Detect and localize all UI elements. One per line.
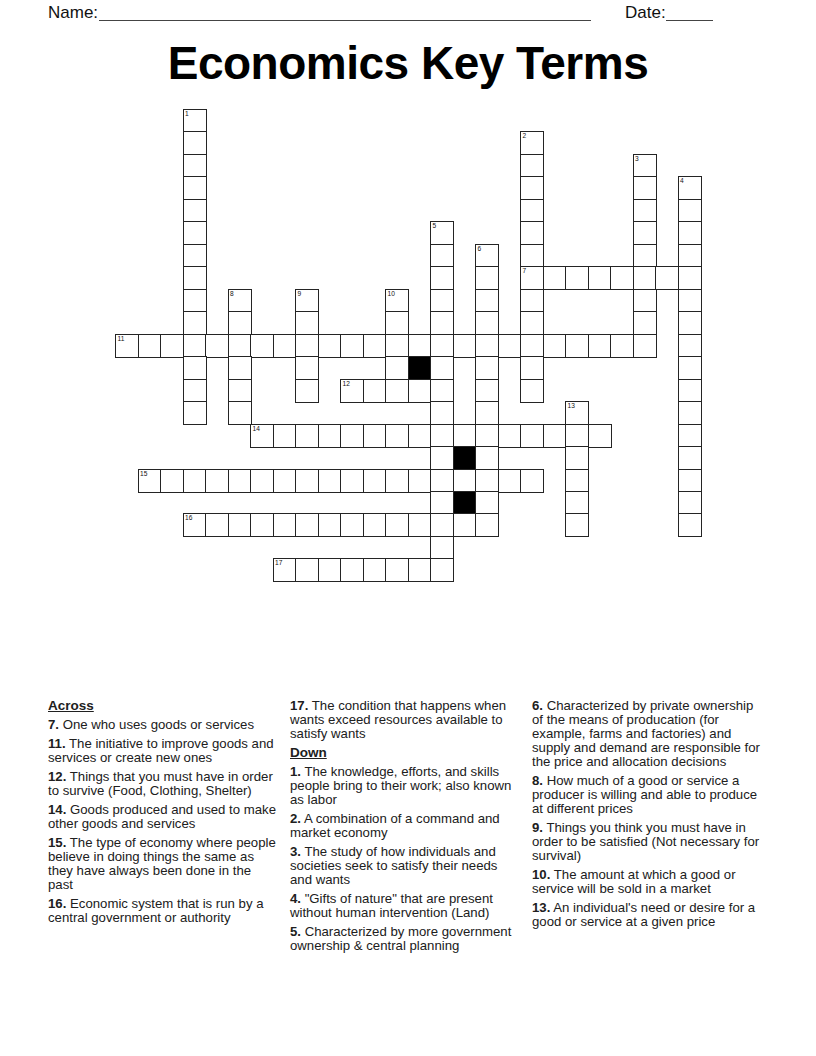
clue-number: 17. [290,698,308,713]
grid-cell[interactable] [475,266,499,290]
grid-cell[interactable] [250,469,274,493]
grid-cell[interactable] [678,356,702,380]
clue-across-11: 11. The initiative to improve goods and … [48,737,278,765]
grid-cell[interactable] [633,244,657,268]
grid-cell[interactable] [363,379,387,403]
grid-cell[interactable] [408,424,432,448]
grid-cell[interactable] [385,469,409,493]
clue-across-16: 16. Economic system that is run by a cen… [48,897,278,925]
clue-down-3: 3. The study of how individuals and soci… [290,845,523,887]
clue-text: The initiative to improve goods and serv… [48,736,274,765]
clue-number: 11. [48,736,66,751]
grid-cell[interactable] [430,469,454,493]
grid-cell[interactable] [655,266,679,290]
clue-across-14: 14. Goods produced and used to make othe… [48,803,278,831]
grid-cell[interactable] [453,424,477,448]
clue-number: 2. [290,811,301,826]
grid-cell[interactable] [363,469,387,493]
cell-number: 5 [433,222,437,230]
cell-number: 16 [185,514,192,522]
clue-down-9: 9. Things you think you must have in ord… [532,821,768,863]
grid-cell[interactable] [318,558,342,582]
grid-cell[interactable] [520,176,544,200]
cell-number: 14 [253,425,260,433]
across-heading: Across [48,699,278,713]
cell-number: 6 [478,245,482,253]
grid-cell[interactable] [565,491,589,515]
grid-cell[interactable] [498,469,522,493]
grid-cell[interactable] [678,334,702,358]
grid-cell[interactable]: 8 [228,289,252,313]
grid-cell[interactable] [183,221,207,245]
grid-cell[interactable] [340,513,364,537]
grid-cell[interactable] [408,513,432,537]
clue-text: Characterized by private ownership of th… [532,698,760,769]
grid-cell[interactable] [678,221,702,245]
clue-across-17: 17. The condition that happens when want… [290,699,523,741]
grid-cell[interactable] [633,266,657,290]
grid-cell[interactable]: 3 [633,154,657,178]
grid-cell[interactable] [340,469,364,493]
date-label: Date: [625,3,666,23]
cell-number: 10 [388,290,395,298]
grid-cell[interactable] [273,513,297,537]
grid-cell[interactable] [228,334,252,358]
grid-cell[interactable] [588,424,612,448]
grid-cell[interactable] [475,469,499,493]
clue-across-7: 7. One who uses goods or services [48,718,278,732]
grid-cell[interactable]: 15 [138,469,162,493]
grid-cell[interactable] [183,244,207,268]
grid-cell[interactable] [408,469,432,493]
grid-cell[interactable] [430,311,454,335]
grid-cell[interactable] [520,379,544,403]
grid-cell[interactable] [520,289,544,313]
clue-text: "Gifts of nature" that are present witho… [290,891,493,920]
clue-number: 16. [48,896,66,911]
cell-number: 2 [523,132,527,140]
grid-cell[interactable]: 5 [430,221,454,245]
grid-cell[interactable] [363,513,387,537]
grid-cell[interactable] [543,424,567,448]
grid-cell[interactable] [520,424,544,448]
grid-cell[interactable] [565,513,589,537]
grid-cell[interactable] [633,289,657,313]
grid-cell[interactable] [385,379,409,403]
black-cell [408,356,432,380]
grid-cell[interactable]: 12 [340,379,364,403]
grid-cell[interactable] [183,131,207,155]
grid-cell[interactable] [475,491,499,515]
grid-cell[interactable] [475,311,499,335]
grid-cell[interactable] [678,266,702,290]
grid-cell[interactable] [565,469,589,493]
grid-cell[interactable] [520,469,544,493]
clue-text: The condition that happens when wants ex… [290,698,506,741]
grid-cell[interactable] [633,334,657,358]
clue-text: Things you think you must have in order … [532,820,759,863]
clue-number: 14. [48,802,66,817]
clue-down-6: 6. Characterized by private ownership of… [532,699,768,769]
clue-text: Economic system that is run by a central… [48,896,264,925]
grid-cell[interactable] [295,424,319,448]
clue-text: A combination of a command and market ec… [290,811,500,840]
grid-cell[interactable] [430,536,454,560]
grid-cell[interactable] [678,379,702,403]
grid-cell[interactable] [633,311,657,335]
grid-cell[interactable] [183,334,207,358]
clue-text: Things that you must have in order to su… [48,769,273,798]
grid-cell[interactable] [520,221,544,245]
cell-number: 15 [140,470,147,478]
cell-number: 9 [298,290,302,298]
clue-number: 5. [290,924,301,939]
grid-cell[interactable] [183,469,207,493]
clue-number: 3. [290,844,301,859]
grid-cell[interactable] [588,266,612,290]
clue-number: 15. [48,835,66,850]
grid-cell[interactable] [565,334,589,358]
grid-cell[interactable] [250,334,274,358]
grid-cell[interactable] [430,244,454,268]
cell-number: 17 [275,559,282,567]
clue-number: 12. [48,769,66,784]
grid-cell[interactable] [228,513,252,537]
grid-cell[interactable] [385,356,409,380]
grid-cell[interactable] [588,334,612,358]
grid-cell[interactable]: 14 [250,424,274,448]
grid-cell[interactable] [475,334,499,358]
grid-cell[interactable] [520,356,544,380]
grid-cell[interactable] [385,513,409,537]
grid-cell[interactable] [318,469,342,493]
grid-cell[interactable] [295,334,319,358]
grid-cell[interactable] [318,513,342,537]
grid-cell[interactable] [205,513,229,537]
cell-number: 11 [118,335,125,343]
grid-cell[interactable] [430,334,454,358]
grid-cell[interactable] [678,424,702,448]
grid-cell[interactable] [678,199,702,223]
clue-number: 1. [290,764,301,779]
grid-cell[interactable] [475,513,499,537]
grid-cell[interactable]: 13 [565,401,589,425]
clue-number: 6. [532,698,543,713]
grid-cell[interactable] [340,334,364,358]
cell-number: 1 [185,110,189,118]
grid-cell[interactable] [318,424,342,448]
name-label: Name: [48,3,98,23]
grid-cell[interactable] [340,424,364,448]
clue-across-12: 12. Things that you must have in order t… [48,770,278,798]
grid-cell[interactable] [430,289,454,313]
grid-cell[interactable] [183,199,207,223]
grid-cell[interactable] [678,446,702,470]
grid-cell[interactable] [273,424,297,448]
black-cell [453,491,477,515]
black-cell [453,446,477,470]
grid-cell[interactable]: 2 [520,131,544,155]
clue-text: The knowledge, efforts, and skills peopl… [290,764,511,807]
grid-cell[interactable] [250,513,274,537]
clue-down-4: 4. "Gifts of nature" that are present wi… [290,892,523,920]
grid-cell[interactable] [363,558,387,582]
grid-cell[interactable] [633,221,657,245]
grid-cell[interactable] [678,469,702,493]
grid-cell[interactable] [678,491,702,515]
grid-cell[interactable] [385,424,409,448]
grid-cell[interactable] [228,379,252,403]
grid-cell[interactable] [295,469,319,493]
grid-cell[interactable] [475,289,499,313]
grid-cell[interactable]: 16 [183,513,207,537]
clue-number: 13. [532,900,550,915]
grid-cell[interactable]: 7 [520,266,544,290]
grid-cell[interactable] [610,334,634,358]
grid-cell[interactable] [430,491,454,515]
grid-cell[interactable]: 17 [273,558,297,582]
clue-down-1: 1. The knowledge, efforts, and skills pe… [290,765,523,807]
clue-down-8: 8. How much of a good or service a produ… [532,774,768,816]
cell-number: 7 [523,267,527,275]
grid-cell[interactable] [430,356,454,380]
crossword-grid: 1234567891011121314151617 [115,109,701,583]
grid-cell[interactable] [453,513,477,537]
grid-cell[interactable] [475,401,499,425]
grid-cell[interactable] [340,558,364,582]
grid-cell[interactable] [610,266,634,290]
clue-number: 9. [532,820,543,835]
grid-cell[interactable] [228,311,252,335]
clue-down-2: 2. A combination of a command and market… [290,812,523,840]
grid-cell[interactable] [430,266,454,290]
grid-cell[interactable] [160,334,184,358]
clue-text: An individual's need or desire for a goo… [532,900,755,929]
grid-cell[interactable] [475,424,499,448]
clue-text: The amount at which a good or service wi… [532,867,736,896]
grid-cell[interactable] [565,266,589,290]
clue-number: 7. [48,717,59,732]
grid-cell[interactable]: 1 [183,109,207,133]
grid-cell[interactable] [183,379,207,403]
grid-cell[interactable] [228,356,252,380]
grid-cell[interactable]: 6 [475,244,499,268]
clue-text: Goods produced and used to make other go… [48,802,276,831]
grid-cell[interactable] [678,401,702,425]
grid-cell[interactable] [543,334,567,358]
cell-number: 3 [635,155,639,163]
grid-cell[interactable] [363,334,387,358]
grid-cell[interactable] [408,558,432,582]
grid-cell[interactable]: 10 [385,289,409,313]
grid-cell[interactable] [183,311,207,335]
clue-down-5: 5. Characterized by more government owne… [290,925,523,953]
grid-cell[interactable] [430,446,454,470]
grid-cell[interactable] [498,424,522,448]
grid-cell[interactable] [183,356,207,380]
grid-cell[interactable] [295,311,319,335]
grid-cell[interactable] [228,401,252,425]
clue-text: Characterized by more government ownersh… [290,924,511,953]
clues-column-2: 17. The condition that happens when want… [290,699,523,958]
grid-cell[interactable] [520,311,544,335]
grid-cell[interactable] [385,558,409,582]
grid-cell[interactable]: 4 [678,176,702,200]
grid-cell[interactable]: 9 [295,289,319,313]
grid-cell[interactable] [430,513,454,537]
grid-cell[interactable] [273,334,297,358]
clue-number: 4. [290,891,301,906]
clue-down-13: 13. An individual's need or desire for a… [532,901,768,929]
date-blank-line[interactable] [666,20,713,21]
grid-cell[interactable] [183,176,207,200]
grid-cell[interactable] [430,558,454,582]
grid-cell[interactable] [385,311,409,335]
grid-cell[interactable] [633,176,657,200]
clue-across-15: 15. The type of economy where people bel… [48,836,278,892]
grid-cell[interactable] [475,356,499,380]
grid-cell[interactable] [430,379,454,403]
grid-cell[interactable] [565,446,589,470]
page-title: Economics Key Terms [0,36,816,90]
clue-number: 10. [532,867,550,882]
grid-cell[interactable] [520,199,544,223]
grid-cell[interactable] [520,334,544,358]
grid-cell[interactable] [295,379,319,403]
cell-number: 13 [568,402,575,410]
cell-number: 8 [230,290,234,298]
clue-down-10: 10. The amount at which a good or servic… [532,868,768,896]
grid-cell[interactable] [295,356,319,380]
grid-cell[interactable] [475,379,499,403]
grid-cell[interactable] [183,401,207,425]
grid-cell[interactable] [678,513,702,537]
grid-cell[interactable] [160,469,184,493]
grid-cell[interactable] [228,469,252,493]
grid-cell[interactable] [273,469,297,493]
down-heading: Down [290,746,523,760]
cell-number: 4 [680,177,684,185]
cell-number: 12 [343,380,350,388]
grid-cell[interactable] [475,446,499,470]
clue-text: The type of economy where people believe… [48,835,276,892]
grid-cell[interactable] [678,289,702,313]
grid-cell[interactable] [430,424,454,448]
clue-text: The study of how individuals and societi… [290,844,497,887]
clue-number: 8. [532,773,543,788]
grid-cell[interactable] [385,334,409,358]
grid-cell[interactable] [678,311,702,335]
grid-cell[interactable] [408,379,432,403]
clues-column-3: 6. Characterized by private ownership of… [532,699,768,934]
grid-cell[interactable] [453,469,477,493]
clue-text: How much of a good or service a producer… [532,773,757,816]
grid-cell[interactable] [498,334,522,358]
grid-cell[interactable] [363,424,387,448]
grid-cell[interactable] [183,289,207,313]
grid-cell[interactable] [678,244,702,268]
grid-cell[interactable] [543,266,567,290]
name-blank-line[interactable] [99,20,591,21]
grid-cell[interactable]: 11 [115,334,139,358]
grid-cell[interactable] [565,424,589,448]
grid-cell[interactable] [205,469,229,493]
grid-cell[interactable] [453,334,477,358]
clue-text: One who uses goods or services [59,717,254,732]
grid-cell[interactable] [205,334,229,358]
grid-cell[interactable] [520,154,544,178]
grid-cell[interactable] [295,558,319,582]
grid-cell[interactable] [138,334,162,358]
grid-cell[interactable] [318,334,342,358]
grid-cell[interactable] [430,401,454,425]
grid-cell[interactable] [183,266,207,290]
clues-column-1: Across7. One who uses goods or services1… [48,699,278,930]
grid-cell[interactable] [295,513,319,537]
grid-cell[interactable] [633,199,657,223]
grid-cell[interactable] [183,154,207,178]
grid-cell[interactable] [520,244,544,268]
grid-cell[interactable] [408,334,432,358]
